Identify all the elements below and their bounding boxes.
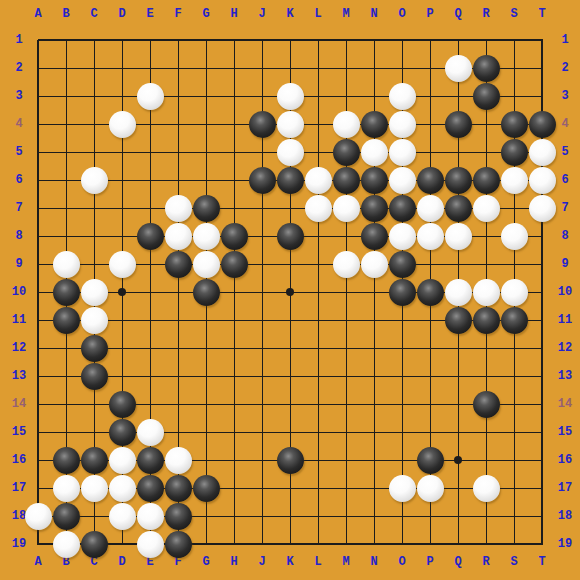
- white-stone-d17: [109, 475, 136, 502]
- right-coord-label-19: 19: [552, 537, 578, 551]
- white-stone-r7: [473, 195, 500, 222]
- black-stone-h9: [221, 251, 248, 278]
- top-coord-label-q: Q: [449, 7, 467, 21]
- bottom-coord-label-m: M: [337, 555, 355, 569]
- black-stone-r6: [473, 167, 500, 194]
- left-coord-label-5: 5: [6, 145, 32, 159]
- top-coord-label-c: C: [85, 7, 103, 21]
- top-coord-label-t: T: [533, 7, 551, 21]
- star-point-q16: [454, 456, 462, 464]
- white-stone-q8: [445, 223, 472, 250]
- white-stone-d9: [109, 251, 136, 278]
- white-stone-e15: [137, 419, 164, 446]
- white-stone-d4: [109, 111, 136, 138]
- black-stone-s11: [501, 307, 528, 334]
- white-stone-l6: [305, 167, 332, 194]
- left-coord-label-16: 16: [6, 453, 32, 467]
- bottom-coord-label-o: O: [393, 555, 411, 569]
- white-stone-o6: [389, 167, 416, 194]
- white-stone-q2: [445, 55, 472, 82]
- bottom-coord-label-h: H: [225, 555, 243, 569]
- top-coord-label-r: R: [477, 7, 495, 21]
- right-coord-label-18: 18: [552, 509, 578, 523]
- black-stone-e8: [137, 223, 164, 250]
- white-stone-a18: [25, 503, 52, 530]
- top-coord-label-m: M: [337, 7, 355, 21]
- left-coord-label-10: 10: [6, 285, 32, 299]
- right-coord-label-12: 12: [552, 341, 578, 355]
- grid-vertical-line: [318, 40, 319, 545]
- black-stone-o7: [389, 195, 416, 222]
- white-stone-q10: [445, 279, 472, 306]
- white-stone-o3: [389, 83, 416, 110]
- white-stone-g8: [193, 223, 220, 250]
- left-coord-label-8: 8: [6, 229, 32, 243]
- white-stone-t7: [529, 195, 556, 222]
- top-coord-label-f: F: [169, 7, 187, 21]
- black-stone-d15: [109, 419, 136, 446]
- black-stone-e17: [137, 475, 164, 502]
- white-stone-c17: [81, 475, 108, 502]
- bottom-coord-label-a: A: [29, 555, 47, 569]
- white-stone-m7: [333, 195, 360, 222]
- top-coord-label-k: K: [281, 7, 299, 21]
- white-stone-l7: [305, 195, 332, 222]
- top-coord-label-o: O: [393, 7, 411, 21]
- right-coord-label-11: 11: [552, 313, 578, 327]
- white-stone-g9: [193, 251, 220, 278]
- top-coord-label-b: B: [57, 7, 75, 21]
- right-coord-label-2: 2: [552, 61, 578, 75]
- black-stone-r11: [473, 307, 500, 334]
- left-coord-label-12: 12: [6, 341, 32, 355]
- left-coord-label-2: 2: [6, 61, 32, 75]
- white-stone-o8: [389, 223, 416, 250]
- black-stone-r2: [473, 55, 500, 82]
- white-stone-s10: [501, 279, 528, 306]
- black-stone-q6: [445, 167, 472, 194]
- black-stone-m5: [333, 139, 360, 166]
- bottom-coord-label-k: K: [281, 555, 299, 569]
- black-stone-p16: [417, 447, 444, 474]
- left-coord-label-17: 17: [6, 481, 32, 495]
- white-stone-m9: [333, 251, 360, 278]
- bottom-coord-label-s: S: [505, 555, 523, 569]
- white-stone-r17: [473, 475, 500, 502]
- top-coord-label-l: L: [309, 7, 327, 21]
- top-coord-label-a: A: [29, 7, 47, 21]
- white-stone-b17: [53, 475, 80, 502]
- white-stone-p8: [417, 223, 444, 250]
- white-stone-r10: [473, 279, 500, 306]
- white-stone-d18: [109, 503, 136, 530]
- top-coord-label-p: P: [421, 7, 439, 21]
- white-stone-f8: [165, 223, 192, 250]
- left-coord-label-1: 1: [6, 33, 32, 47]
- bottom-coord-label-p: P: [421, 555, 439, 569]
- black-stone-o10: [389, 279, 416, 306]
- black-stone-p6: [417, 167, 444, 194]
- right-coord-label-4: 4: [552, 117, 578, 131]
- left-coord-label-11: 11: [6, 313, 32, 327]
- white-stone-t5: [529, 139, 556, 166]
- black-stone-n4: [361, 111, 388, 138]
- white-stone-n5: [361, 139, 388, 166]
- left-coord-label-13: 13: [6, 369, 32, 383]
- star-point-d10: [118, 288, 126, 296]
- black-stone-f19: [165, 531, 192, 558]
- white-stone-c11: [81, 307, 108, 334]
- black-stone-q7: [445, 195, 472, 222]
- white-stone-n9: [361, 251, 388, 278]
- left-coord-label-3: 3: [6, 89, 32, 103]
- white-stone-s6: [501, 167, 528, 194]
- black-stone-f17: [165, 475, 192, 502]
- top-coord-label-n: N: [365, 7, 383, 21]
- right-coord-label-15: 15: [552, 425, 578, 439]
- white-stone-o4: [389, 111, 416, 138]
- white-stone-k3: [277, 83, 304, 110]
- black-stone-g10: [193, 279, 220, 306]
- go-board[interactable]: AABBCCDDEEFFGGHHJJKKLLMMNNOOPPQQRRSSTT11…: [0, 0, 580, 580]
- black-stone-n8: [361, 223, 388, 250]
- black-stone-h8: [221, 223, 248, 250]
- black-stone-q4: [445, 111, 472, 138]
- bottom-coord-label-t: T: [533, 555, 551, 569]
- black-stone-r3: [473, 83, 500, 110]
- black-stone-c16: [81, 447, 108, 474]
- left-coord-label-19: 19: [6, 537, 32, 551]
- right-coord-label-9: 9: [552, 257, 578, 271]
- white-stone-f16: [165, 447, 192, 474]
- black-stone-c13: [81, 363, 108, 390]
- white-stone-k5: [277, 139, 304, 166]
- grid-horizontal-line: [38, 543, 543, 545]
- black-stone-j6: [249, 167, 276, 194]
- white-stone-c6: [81, 167, 108, 194]
- bottom-coord-label-l: L: [309, 555, 327, 569]
- bottom-coord-label-q: Q: [449, 555, 467, 569]
- white-stone-e19: [137, 531, 164, 558]
- black-stone-o9: [389, 251, 416, 278]
- white-stone-p7: [417, 195, 444, 222]
- right-coord-label-3: 3: [552, 89, 578, 103]
- left-coord-label-4: 4: [6, 117, 32, 131]
- white-stone-s8: [501, 223, 528, 250]
- top-coord-label-h: H: [225, 7, 243, 21]
- right-coord-label-1: 1: [552, 33, 578, 47]
- grid-horizontal-line: [38, 376, 543, 377]
- white-stone-p17: [417, 475, 444, 502]
- black-stone-f9: [165, 251, 192, 278]
- white-stone-m4: [333, 111, 360, 138]
- grid-horizontal-line: [38, 348, 543, 349]
- black-stone-n6: [361, 167, 388, 194]
- right-coord-label-8: 8: [552, 229, 578, 243]
- top-coord-label-s: S: [505, 7, 523, 21]
- black-stone-b16: [53, 447, 80, 474]
- top-coord-label-d: D: [113, 7, 131, 21]
- black-stone-b18: [53, 503, 80, 530]
- left-coord-label-6: 6: [6, 173, 32, 187]
- black-stone-p10: [417, 279, 444, 306]
- bottom-coord-label-j: J: [253, 555, 271, 569]
- bottom-coord-label-g: G: [197, 555, 215, 569]
- black-stone-d14: [109, 391, 136, 418]
- right-coord-label-7: 7: [552, 201, 578, 215]
- black-stone-c12: [81, 335, 108, 362]
- bottom-coord-label-d: D: [113, 555, 131, 569]
- black-stone-s4: [501, 111, 528, 138]
- white-stone-d16: [109, 447, 136, 474]
- left-coord-label-15: 15: [6, 425, 32, 439]
- left-coord-label-14: 14: [6, 397, 32, 411]
- black-stone-c19: [81, 531, 108, 558]
- black-stone-k16: [277, 447, 304, 474]
- black-stone-m6: [333, 167, 360, 194]
- black-stone-n7: [361, 195, 388, 222]
- top-coord-label-e: E: [141, 7, 159, 21]
- left-coord-label-7: 7: [6, 201, 32, 215]
- left-coord-label-9: 9: [6, 257, 32, 271]
- right-coord-label-17: 17: [552, 481, 578, 495]
- right-coord-label-5: 5: [552, 145, 578, 159]
- black-stone-t4: [529, 111, 556, 138]
- right-coord-label-6: 6: [552, 173, 578, 187]
- white-stone-e3: [137, 83, 164, 110]
- white-stone-b9: [53, 251, 80, 278]
- right-coord-label-16: 16: [552, 453, 578, 467]
- black-stone-b11: [53, 307, 80, 334]
- right-coord-label-13: 13: [552, 369, 578, 383]
- black-stone-r14: [473, 391, 500, 418]
- black-stone-b10: [53, 279, 80, 306]
- star-point-k10: [286, 288, 294, 296]
- black-stone-q11: [445, 307, 472, 334]
- bottom-coord-label-n: N: [365, 555, 383, 569]
- white-stone-o5: [389, 139, 416, 166]
- white-stone-e18: [137, 503, 164, 530]
- white-stone-t6: [529, 167, 556, 194]
- black-stone-g17: [193, 475, 220, 502]
- white-stone-k4: [277, 111, 304, 138]
- black-stone-g7: [193, 195, 220, 222]
- black-stone-f18: [165, 503, 192, 530]
- top-coord-label-j: J: [253, 7, 271, 21]
- black-stone-s5: [501, 139, 528, 166]
- black-stone-k8: [277, 223, 304, 250]
- white-stone-f7: [165, 195, 192, 222]
- white-stone-b19: [53, 531, 80, 558]
- white-stone-o17: [389, 475, 416, 502]
- black-stone-j4: [249, 111, 276, 138]
- right-coord-label-14: 14: [552, 397, 578, 411]
- top-coord-label-g: G: [197, 7, 215, 21]
- right-coord-label-10: 10: [552, 285, 578, 299]
- white-stone-c10: [81, 279, 108, 306]
- black-stone-k6: [277, 167, 304, 194]
- bottom-coord-label-r: R: [477, 555, 495, 569]
- black-stone-e16: [137, 447, 164, 474]
